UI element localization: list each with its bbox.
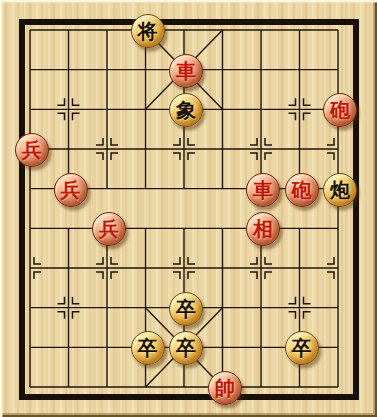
black-soldier[interactable]: 卒 <box>169 292 203 326</box>
xiangqi-board[interactable]: 将車象砲兵兵車砲炮兵相卒卒卒卒帥 <box>0 0 377 417</box>
black-soldier[interactable]: 卒 <box>131 331 165 365</box>
piece-glyph: 相 <box>253 219 273 239</box>
piece-glyph: 兵 <box>99 219 119 239</box>
black-cannon[interactable]: 炮 <box>323 173 357 207</box>
red-general[interactable]: 帥 <box>208 371 242 405</box>
red-chariot[interactable]: 車 <box>246 173 280 207</box>
piece-glyph: 砲 <box>330 100 350 120</box>
red-cannon[interactable]: 砲 <box>285 173 319 207</box>
red-soldier[interactable]: 兵 <box>15 133 49 167</box>
piece-glyph: 砲 <box>292 180 312 200</box>
piece-glyph: 卒 <box>176 338 196 358</box>
black-soldier[interactable]: 卒 <box>285 331 319 365</box>
piece-glyph: 兵 <box>22 140 42 160</box>
piece-glyph: 車 <box>176 61 196 81</box>
black-general[interactable]: 将 <box>131 14 165 48</box>
piece-glyph: 将 <box>138 21 158 41</box>
piece-glyph: 卒 <box>138 338 158 358</box>
piece-glyph: 卒 <box>176 299 196 319</box>
piece-glyph: 帥 <box>215 378 235 398</box>
red-soldier[interactable]: 兵 <box>54 173 88 207</box>
piece-glyph: 兵 <box>61 180 81 200</box>
piece-glyph: 炮 <box>330 180 350 200</box>
piece-glyph: 車 <box>253 180 273 200</box>
piece-glyph: 象 <box>176 100 196 120</box>
red-chariot[interactable]: 車 <box>169 54 203 88</box>
piece-glyph: 卒 <box>292 338 312 358</box>
